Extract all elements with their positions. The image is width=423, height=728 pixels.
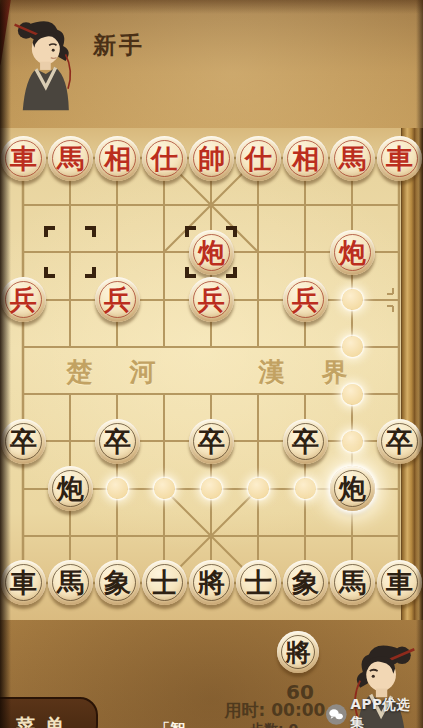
menu-button[interactable]: 菜单 bbox=[0, 697, 98, 728]
piece-red-p[interactable]: 兵 bbox=[95, 277, 140, 322]
piece-glyph: 馬 bbox=[339, 569, 366, 596]
piece-red-b[interactable]: 相 bbox=[95, 136, 140, 181]
piece-glyph: 兵 bbox=[104, 286, 131, 313]
move-hint-dot[interactable] bbox=[342, 384, 363, 405]
piece-black-c[interactable]: 炮 bbox=[48, 466, 93, 511]
opponent-avatar bbox=[8, 14, 82, 116]
piece-red-a[interactable]: 仕 bbox=[236, 136, 281, 181]
move-hint-dot[interactable] bbox=[342, 431, 363, 452]
piece-black-n[interactable]: 馬 bbox=[48, 560, 93, 605]
piece-black-p[interactable]: 卒 bbox=[1, 419, 46, 464]
piece-glyph: 卒 bbox=[10, 428, 37, 455]
move-hint-dot[interactable] bbox=[107, 478, 128, 499]
piece-black-r[interactable]: 車 bbox=[1, 560, 46, 605]
piece-glyph: 士 bbox=[151, 569, 178, 596]
piece-red-r[interactable]: 車 bbox=[1, 136, 46, 181]
piece-glyph: 卒 bbox=[104, 428, 131, 455]
piece-glyph: 仕 bbox=[151, 145, 178, 172]
wechat-icon bbox=[326, 704, 347, 725]
piece-glyph: 馬 bbox=[339, 145, 366, 172]
piece-black-r[interactable]: 車 bbox=[377, 560, 422, 605]
piece-glyph: 兵 bbox=[10, 286, 37, 313]
move-count-label: 步数: 0 bbox=[250, 721, 298, 728]
piece-black-p[interactable]: 卒 bbox=[189, 419, 234, 464]
piece-black-a[interactable]: 士 bbox=[236, 560, 281, 605]
piece-glyph: 車 bbox=[10, 569, 37, 596]
piece-glyph: 將 bbox=[198, 569, 225, 596]
piece-glyph: 馬 bbox=[57, 145, 84, 172]
piece-black-n[interactable]: 馬 bbox=[330, 560, 375, 605]
piece-glyph: 象 bbox=[104, 569, 131, 596]
piece-red-n[interactable]: 馬 bbox=[330, 136, 375, 181]
piece-glyph: 卒 bbox=[386, 428, 413, 455]
piece-glyph: 象 bbox=[292, 569, 319, 596]
piece-glyph: 馬 bbox=[57, 569, 84, 596]
piece-glyph: 卒 bbox=[198, 428, 225, 455]
last-move-from-marker bbox=[44, 226, 96, 278]
piece-black-k[interactable]: 將 bbox=[189, 560, 234, 605]
piece-black-b[interactable]: 象 bbox=[95, 560, 140, 605]
piece-red-n[interactable]: 馬 bbox=[48, 136, 93, 181]
piece-black-p[interactable]: 卒 bbox=[283, 419, 328, 464]
piece-glyph: 炮 bbox=[339, 475, 366, 502]
piece-red-p[interactable]: 兵 bbox=[1, 277, 46, 322]
piece-glyph: 兵 bbox=[292, 286, 319, 313]
move-hint-dot[interactable] bbox=[342, 289, 363, 310]
piece-glyph: 卒 bbox=[292, 428, 319, 455]
move-hint-dot[interactable] bbox=[248, 478, 269, 499]
piece-glyph: 炮 bbox=[57, 475, 84, 502]
watermark: APP优选集 bbox=[326, 696, 423, 728]
piece-black-p[interactable]: 卒 bbox=[95, 419, 140, 464]
xiangqi-app-screen: 楚 河 漢 界 車馬相仕帥仕相馬車炮炮兵兵兵兵卒卒卒卒卒炮炮車馬象士將士象馬車 … bbox=[0, 0, 423, 728]
piece-glyph: 士 bbox=[245, 569, 272, 596]
watermark-text: APP优选集 bbox=[351, 696, 423, 728]
piece-red-k[interactable]: 帥 bbox=[189, 136, 234, 181]
clipped-text-left: 「智 bbox=[155, 720, 185, 728]
piece-black-b[interactable]: 象 bbox=[283, 560, 328, 605]
move-hint-dot[interactable] bbox=[295, 478, 316, 499]
move-hint-dot[interactable] bbox=[201, 478, 222, 499]
piece-glyph: 仕 bbox=[245, 145, 272, 172]
move-hint-dot[interactable] bbox=[342, 336, 363, 357]
piece-glyph: 兵 bbox=[198, 286, 225, 313]
player-side-indicator-piece: 將 bbox=[277, 631, 319, 673]
piece-red-b[interactable]: 相 bbox=[283, 136, 328, 181]
piece-glyph: 相 bbox=[292, 145, 319, 172]
piece-glyph: 車 bbox=[386, 145, 413, 172]
piece-red-r[interactable]: 車 bbox=[377, 136, 422, 181]
piece-glyph: 炮 bbox=[198, 239, 225, 266]
piece-red-p[interactable]: 兵 bbox=[283, 277, 328, 322]
piece-black-a[interactable]: 士 bbox=[142, 560, 187, 605]
piece-glyph: 帥 bbox=[198, 145, 225, 172]
piece-glyph: 炮 bbox=[339, 239, 366, 266]
piece-black-c[interactable]: 炮 bbox=[330, 466, 375, 511]
piece-red-c[interactable]: 炮 bbox=[189, 230, 234, 275]
piece-red-a[interactable]: 仕 bbox=[142, 136, 187, 181]
piece-glyph: 相 bbox=[104, 145, 131, 172]
difficulty-label: 新手 bbox=[93, 30, 145, 61]
piece-red-c[interactable]: 炮 bbox=[330, 230, 375, 275]
piece-glyph: 車 bbox=[386, 569, 413, 596]
piece-black-p[interactable]: 卒 bbox=[377, 419, 422, 464]
piece-red-p[interactable]: 兵 bbox=[189, 277, 234, 322]
move-hint-dot[interactable] bbox=[154, 478, 175, 499]
piece-glyph: 車 bbox=[10, 145, 37, 172]
